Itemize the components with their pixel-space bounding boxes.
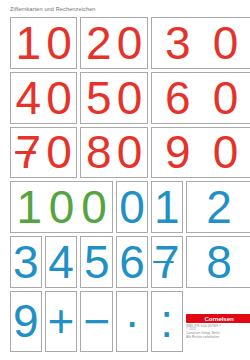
card-times-dot: · (116, 291, 148, 352)
card-0: 0 (116, 181, 148, 233)
card-4: 4 (45, 236, 78, 288)
glyph: + (48, 298, 75, 344)
card-20: 20 (80, 17, 147, 69)
card-1: 1 (151, 181, 183, 233)
cornelsen-logo: Cornelsen (186, 314, 250, 323)
glyph: 6 (119, 239, 145, 285)
glyph: : (160, 298, 173, 344)
glyph: 9 (165, 129, 191, 175)
card-30: 30 (151, 17, 250, 69)
glyph: 0 (81, 184, 107, 230)
rights-line: Alle Rechte vorbehalten (186, 335, 250, 339)
glyph: 1 (16, 184, 42, 230)
glyph: · (124, 298, 139, 344)
card-90: 90 (151, 127, 250, 179)
glyph: 0 (46, 20, 72, 66)
glyph: 0 (46, 75, 72, 121)
glyph: 6 (165, 75, 191, 121)
card-divide-colon: : (151, 291, 183, 352)
card-sheet-page: Ziffernkarten und Rechenzeichen Cornelse… (0, 0, 250, 360)
glyph: 0 (117, 75, 143, 121)
card-7: 7 (151, 236, 183, 288)
publisher-block: Cornelsen ISBN 978-3-06-082559-7 © 2012 … (186, 291, 250, 352)
glyph: 0 (213, 75, 239, 121)
card-100: 100 (10, 181, 113, 233)
glyph: 1 (16, 20, 42, 66)
glyph: 2 (206, 184, 232, 230)
sheet-title: Ziffernkarten und Rechenzeichen (10, 6, 96, 12)
glyph: 4 (48, 239, 74, 285)
card-40: 40 (10, 72, 77, 124)
glyph: − (83, 298, 110, 344)
card-3: 3 (10, 236, 42, 288)
card-9: 9 (10, 291, 42, 352)
card-60: 60 (151, 72, 250, 124)
glyph: 0 (213, 129, 239, 175)
publisher-imprint: ISBN 978-3-06-082559-7 © 2012 Cornelsen … (186, 324, 250, 338)
glyph: 0 (117, 20, 143, 66)
card-plus: + (45, 291, 78, 352)
card-grid: Cornelsen ISBN 978-3-06-082559-7 © 2012 … (10, 17, 242, 352)
card-6: 6 (116, 236, 148, 288)
card-70: 70 (10, 127, 77, 179)
glyph: 0 (119, 184, 145, 230)
glyph: 8 (206, 239, 232, 285)
glyph: 2 (86, 20, 112, 66)
glyph: 4 (16, 75, 42, 121)
glyph: 9 (13, 298, 39, 344)
card-minus: − (80, 291, 113, 352)
glyph: 7 (16, 129, 42, 175)
glyph: 3 (165, 20, 191, 66)
glyph: 8 (86, 129, 112, 175)
card-80: 80 (80, 127, 147, 179)
glyph: 3 (13, 239, 39, 285)
card-8: 8 (186, 236, 250, 288)
card-5: 5 (80, 236, 113, 288)
glyph: 0 (46, 129, 72, 175)
glyph: 5 (84, 239, 110, 285)
card-10: 10 (10, 17, 77, 69)
glyph: 1 (154, 184, 180, 230)
glyph: 7 (154, 239, 180, 285)
card-2: 2 (186, 181, 250, 233)
glyph: 0 (213, 20, 239, 66)
glyph: 0 (49, 184, 75, 230)
card-50: 50 (80, 72, 147, 124)
glyph: 5 (86, 75, 112, 121)
glyph: 0 (117, 129, 143, 175)
